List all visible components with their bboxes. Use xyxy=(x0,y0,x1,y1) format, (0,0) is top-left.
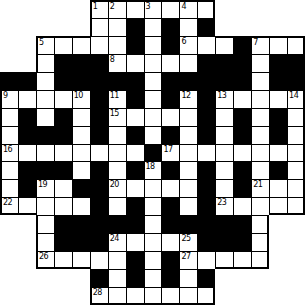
cell-r8c11[interactable] xyxy=(197,144,215,162)
cell-r14c13[interactable] xyxy=(233,251,251,269)
cell-r8c3[interactable] xyxy=(54,144,72,162)
cell-r11c8[interactable] xyxy=(144,197,162,215)
cell-r2c6[interactable] xyxy=(108,36,126,54)
black-cell-r3c13 xyxy=(233,54,251,72)
empty-space xyxy=(18,269,36,287)
empty-space xyxy=(18,18,36,36)
cell-r0c5[interactable]: 1 xyxy=(90,0,108,18)
clue-number-24: 24 xyxy=(110,234,119,243)
empty-space xyxy=(0,251,18,269)
empty-space xyxy=(72,269,90,287)
black-cell-r3c5 xyxy=(90,54,108,72)
crossword-puzzle: 1234567891011121314151617181920212223242… xyxy=(0,0,305,305)
cell-r9c16[interactable] xyxy=(287,161,305,179)
cell-r16c5[interactable]: 28 xyxy=(90,287,108,305)
cell-r0c6[interactable]: 2 xyxy=(108,0,126,18)
black-cell-r5c11 xyxy=(197,90,215,108)
cell-r6c14[interactable] xyxy=(251,108,269,126)
empty-space xyxy=(0,287,18,305)
empty-space xyxy=(287,287,305,305)
cell-r3c6[interactable]: 8 xyxy=(108,54,126,72)
empty-space xyxy=(54,18,72,36)
clue-number-10: 10 xyxy=(74,91,83,100)
cell-r10c15[interactable] xyxy=(269,179,287,197)
empty-space xyxy=(36,18,54,36)
cell-r15c8[interactable] xyxy=(144,269,162,287)
cell-r8c13[interactable] xyxy=(233,144,251,162)
cell-r8c4[interactable] xyxy=(72,144,90,162)
empty-space xyxy=(18,36,36,54)
cell-r14c14[interactable] xyxy=(251,251,269,269)
cell-r6c16[interactable] xyxy=(287,108,305,126)
black-cell-r4c16 xyxy=(287,72,305,90)
cell-r11c13[interactable] xyxy=(233,197,251,215)
cell-r8c12[interactable] xyxy=(215,144,233,162)
cell-r5c8[interactable] xyxy=(144,90,162,108)
cell-r6c7[interactable] xyxy=(126,108,144,126)
empty-space xyxy=(251,18,269,36)
clue-number-17: 17 xyxy=(163,145,172,154)
cell-r8c7[interactable] xyxy=(126,144,144,162)
clue-number-6: 6 xyxy=(181,37,186,46)
cell-r2c2[interactable]: 5 xyxy=(36,36,54,54)
empty-space xyxy=(0,36,18,54)
empty-space xyxy=(18,54,36,72)
clue-number-1: 1 xyxy=(93,2,98,11)
cell-r2c15[interactable] xyxy=(269,36,287,54)
cell-r12c14[interactable] xyxy=(251,215,269,233)
cell-r10c0[interactable] xyxy=(0,179,18,197)
empty-space xyxy=(54,269,72,287)
cell-r11c1[interactable] xyxy=(18,197,36,215)
cell-r0c8[interactable]: 3 xyxy=(144,0,162,18)
cell-r8c0[interactable]: 16 xyxy=(0,144,18,162)
cell-r11c16[interactable] xyxy=(287,197,305,215)
empty-space xyxy=(72,287,90,305)
black-cell-r1c11 xyxy=(197,18,215,36)
cell-r3c7[interactable] xyxy=(126,54,144,72)
cell-r10c16[interactable] xyxy=(287,179,305,197)
cell-r6c9[interactable] xyxy=(161,108,179,126)
cell-r14c4[interactable] xyxy=(72,251,90,269)
empty-space xyxy=(215,18,233,36)
black-cell-r13c5 xyxy=(90,233,108,251)
empty-space xyxy=(0,0,18,18)
cell-r15c6[interactable] xyxy=(108,269,126,287)
cell-r11c15[interactable] xyxy=(269,197,287,215)
black-cell-r10c5 xyxy=(90,179,108,197)
cell-r9c10[interactable] xyxy=(179,161,197,179)
cell-r12c8[interactable] xyxy=(144,215,162,233)
black-cell-r12c10 xyxy=(179,215,197,233)
cell-r5c13[interactable] xyxy=(233,90,251,108)
clue-number-15: 15 xyxy=(110,109,119,118)
black-cell-r3c3 xyxy=(54,54,72,72)
cell-r7c16[interactable] xyxy=(287,126,305,144)
cell-r11c4[interactable] xyxy=(72,197,90,215)
black-cell-r10c13 xyxy=(233,179,251,197)
cell-r11c10[interactable] xyxy=(179,197,197,215)
black-cell-r7c11 xyxy=(197,126,215,144)
cell-r1c10[interactable] xyxy=(179,18,197,36)
empty-space xyxy=(215,269,233,287)
cell-r5c2[interactable] xyxy=(36,90,54,108)
cell-r5c1[interactable] xyxy=(18,90,36,108)
empty-space xyxy=(287,269,305,287)
black-cell-r9c15 xyxy=(269,161,287,179)
black-cell-r1c9 xyxy=(161,18,179,36)
cell-r14c2[interactable]: 26 xyxy=(36,251,54,269)
cell-r11c14[interactable] xyxy=(251,197,269,215)
cell-r2c3[interactable] xyxy=(54,36,72,54)
black-cell-r3c12 xyxy=(215,54,233,72)
cell-r7c6[interactable] xyxy=(108,126,126,144)
black-cell-r9c1 xyxy=(18,161,36,179)
black-cell-r2c9 xyxy=(161,36,179,54)
cell-r16c6[interactable] xyxy=(108,287,126,305)
empty-space xyxy=(215,287,233,305)
cell-r0c11[interactable] xyxy=(197,0,215,18)
cell-r13c10[interactable]: 25 xyxy=(179,233,197,251)
cell-r14c3[interactable] xyxy=(54,251,72,269)
black-cell-r4c12 xyxy=(215,72,233,90)
black-cell-r9c5 xyxy=(90,161,108,179)
cell-r5c14[interactable] xyxy=(251,90,269,108)
black-cell-r7c9 xyxy=(161,126,179,144)
black-cell-r6c13 xyxy=(233,108,251,126)
clue-number-18: 18 xyxy=(146,162,155,171)
cell-r10c12[interactable] xyxy=(215,179,233,197)
cell-r9c4[interactable] xyxy=(72,161,90,179)
cell-r9c0[interactable] xyxy=(0,161,18,179)
clue-number-16: 16 xyxy=(3,145,12,154)
black-cell-r5c5 xyxy=(90,90,108,108)
empty-space xyxy=(215,0,233,18)
cell-r7c10[interactable] xyxy=(179,126,197,144)
cell-r6c4[interactable] xyxy=(72,108,90,126)
clue-number-2: 2 xyxy=(110,2,115,11)
black-cell-r11c9 xyxy=(161,197,179,215)
empty-space xyxy=(287,251,305,269)
clue-number-20: 20 xyxy=(110,180,119,189)
cell-r13c6[interactable]: 24 xyxy=(108,233,126,251)
clue-number-3: 3 xyxy=(146,2,151,11)
black-cell-r1c7 xyxy=(126,18,144,36)
clue-number-14: 14 xyxy=(289,91,298,100)
cell-r0c7[interactable] xyxy=(126,0,144,18)
cell-r6c0[interactable] xyxy=(0,108,18,126)
cell-r13c7[interactable] xyxy=(126,233,144,251)
cell-r1c8[interactable] xyxy=(144,18,162,36)
cell-r15c10[interactable] xyxy=(179,269,197,287)
cell-r5c10[interactable]: 12 xyxy=(179,90,197,108)
cell-r11c12[interactable]: 23 xyxy=(215,197,233,215)
empty-space xyxy=(287,215,305,233)
cell-r10c6[interactable]: 20 xyxy=(108,179,126,197)
black-cell-r15c7 xyxy=(126,269,144,287)
black-cell-r9c9 xyxy=(161,161,179,179)
empty-space xyxy=(251,287,269,305)
cell-r5c16[interactable]: 14 xyxy=(287,90,305,108)
cell-r13c2[interactable] xyxy=(36,233,54,251)
black-cell-r4c3 xyxy=(54,72,72,90)
clue-number-19: 19 xyxy=(38,180,47,189)
clue-number-4: 4 xyxy=(181,2,186,11)
empty-space xyxy=(287,18,305,36)
empty-space xyxy=(54,0,72,18)
cell-r4c14[interactable] xyxy=(251,72,269,90)
empty-space xyxy=(18,233,36,251)
empty-space xyxy=(269,251,287,269)
clue-number-25: 25 xyxy=(181,234,190,243)
cell-r2c11[interactable] xyxy=(197,36,215,54)
clue-number-27: 27 xyxy=(181,252,190,261)
clue-number-21: 21 xyxy=(253,180,262,189)
black-cell-r11c7 xyxy=(126,197,144,215)
cell-r10c14[interactable]: 21 xyxy=(251,179,269,197)
cell-r0c10[interactable]: 4 xyxy=(179,0,197,18)
cell-r16c9[interactable] xyxy=(161,287,179,305)
cell-r6c8[interactable] xyxy=(144,108,162,126)
black-cell-r12c6 xyxy=(108,215,126,233)
black-cell-r13c3 xyxy=(54,233,72,251)
cell-r2c10[interactable]: 6 xyxy=(179,36,197,54)
empty-space xyxy=(18,0,36,18)
cell-r11c6[interactable] xyxy=(108,197,126,215)
black-cell-r14c9 xyxy=(161,251,179,269)
cell-r8c2[interactable] xyxy=(36,144,54,162)
cell-r5c15[interactable] xyxy=(269,90,287,108)
black-cell-r13c13 xyxy=(233,233,251,251)
black-cell-r4c5 xyxy=(90,72,108,90)
cell-r8c9[interactable]: 17 xyxy=(161,144,179,162)
black-cell-r7c7 xyxy=(126,126,144,144)
black-cell-r4c11 xyxy=(197,72,215,90)
cell-r10c8[interactable] xyxy=(144,179,162,197)
black-cell-r3c16 xyxy=(287,54,305,72)
empty-space xyxy=(36,269,54,287)
cell-r6c10[interactable] xyxy=(179,108,197,126)
black-cell-r12c12 xyxy=(215,215,233,233)
empty-space xyxy=(251,269,269,287)
cell-r16c8[interactable] xyxy=(144,287,162,305)
empty-space xyxy=(233,269,251,287)
black-cell-r7c5 xyxy=(90,126,108,144)
black-cell-r14c7 xyxy=(126,251,144,269)
empty-space xyxy=(18,287,36,305)
black-cell-r9c3 xyxy=(54,161,72,179)
cell-r1c5[interactable] xyxy=(90,18,108,36)
cell-r3c10[interactable] xyxy=(179,54,197,72)
black-cell-r15c11 xyxy=(197,269,215,287)
cell-r10c9[interactable] xyxy=(161,179,179,197)
black-cell-r3c11 xyxy=(197,54,215,72)
empty-space xyxy=(251,0,269,18)
cell-r9c14[interactable] xyxy=(251,161,269,179)
empty-space xyxy=(36,287,54,305)
black-cell-r15c9 xyxy=(161,269,179,287)
empty-space xyxy=(233,18,251,36)
empty-space xyxy=(269,18,287,36)
black-cell-r11c5 xyxy=(90,197,108,215)
cell-r7c14[interactable] xyxy=(251,126,269,144)
black-cell-r13c12 xyxy=(215,233,233,251)
black-cell-r4c1 xyxy=(18,72,36,90)
cell-r13c8[interactable] xyxy=(144,233,162,251)
cell-r2c12[interactable] xyxy=(215,36,233,54)
clue-number-11: 11 xyxy=(110,91,119,100)
black-cell-r15c5 xyxy=(90,269,108,287)
black-cell-r6c5 xyxy=(90,108,108,126)
clue-number-22: 22 xyxy=(3,198,12,207)
cell-r14c11[interactable] xyxy=(197,251,215,269)
empty-space xyxy=(18,251,36,269)
cell-r2c8[interactable] xyxy=(144,36,162,54)
cell-r9c8[interactable]: 18 xyxy=(144,161,162,179)
cell-r7c8[interactable] xyxy=(144,126,162,144)
empty-space xyxy=(72,0,90,18)
black-cell-r4c0 xyxy=(0,72,18,90)
black-cell-r12c4 xyxy=(72,215,90,233)
black-cell-r13c11 xyxy=(197,233,215,251)
cell-r3c9[interactable] xyxy=(161,54,179,72)
cell-r1c6[interactable] xyxy=(108,18,126,36)
cell-r16c7[interactable] xyxy=(126,287,144,305)
clue-number-8: 8 xyxy=(110,55,115,64)
cell-r2c14[interactable]: 7 xyxy=(251,36,269,54)
black-cell-r4c15 xyxy=(269,72,287,90)
cell-r3c14[interactable] xyxy=(251,54,269,72)
cell-r4c8[interactable] xyxy=(144,72,162,90)
cell-r5c0[interactable]: 9 xyxy=(0,90,18,108)
cell-r10c3[interactable] xyxy=(54,179,72,197)
black-cell-r13c4 xyxy=(72,233,90,251)
cell-r11c0[interactable]: 22 xyxy=(0,197,18,215)
cell-r8c5[interactable] xyxy=(90,144,108,162)
empty-space xyxy=(287,233,305,251)
black-cell-r12c7 xyxy=(126,215,144,233)
cell-r5c4[interactable]: 10 xyxy=(72,90,90,108)
cell-r4c2[interactable] xyxy=(36,72,54,90)
cell-r0c9[interactable] xyxy=(161,0,179,18)
cell-r14c5[interactable] xyxy=(90,251,108,269)
black-cell-r9c11 xyxy=(197,161,215,179)
cell-r9c6[interactable] xyxy=(108,161,126,179)
cell-r9c12[interactable] xyxy=(215,161,233,179)
empty-space xyxy=(269,233,287,251)
cell-r2c5[interactable] xyxy=(90,36,108,54)
black-cell-r12c9 xyxy=(161,215,179,233)
clue-number-28: 28 xyxy=(93,288,102,297)
black-cell-r6c15 xyxy=(269,108,287,126)
cell-r2c16[interactable] xyxy=(287,36,305,54)
clue-number-5: 5 xyxy=(39,38,44,47)
empty-space xyxy=(0,18,18,36)
cell-r3c8[interactable] xyxy=(144,54,162,72)
black-cell-r5c9 xyxy=(161,90,179,108)
black-cell-r6c3 xyxy=(54,108,72,126)
cell-r8c6[interactable] xyxy=(108,144,126,162)
empty-space xyxy=(269,269,287,287)
clue-number-23: 23 xyxy=(217,198,226,207)
empty-space xyxy=(233,287,251,305)
cell-r8c1[interactable] xyxy=(18,144,36,162)
cell-r14c10[interactable]: 27 xyxy=(179,251,197,269)
black-cell-r9c13 xyxy=(233,161,251,179)
cell-r5c6[interactable]: 11 xyxy=(108,90,126,108)
empty-space xyxy=(0,215,18,233)
black-cell-r4c10 xyxy=(179,72,197,90)
black-cell-r11c11 xyxy=(197,197,215,215)
empty-space xyxy=(0,233,18,251)
cell-r8c14[interactable] xyxy=(251,144,269,162)
cell-r8c15[interactable] xyxy=(269,144,287,162)
cell-r11c2[interactable] xyxy=(36,197,54,215)
cell-r16c11[interactable] xyxy=(197,287,215,305)
cell-r6c6[interactable]: 15 xyxy=(108,108,126,126)
cell-r14c6[interactable] xyxy=(108,251,126,269)
cell-r10c2[interactable]: 19 xyxy=(36,179,54,197)
cell-r7c0[interactable] xyxy=(0,126,18,144)
cell-r10c7[interactable] xyxy=(126,179,144,197)
cell-r16c10[interactable] xyxy=(179,287,197,305)
black-cell-r6c11 xyxy=(197,108,215,126)
black-cell-r12c13 xyxy=(233,215,251,233)
black-cell-r2c7 xyxy=(126,36,144,54)
clue-number-12: 12 xyxy=(181,91,190,100)
cell-r11c3[interactable] xyxy=(54,197,72,215)
empty-space xyxy=(269,215,287,233)
black-cell-r4c13 xyxy=(233,72,251,90)
empty-space xyxy=(0,54,18,72)
cell-r10c10[interactable] xyxy=(179,179,197,197)
cell-r6c2[interactable] xyxy=(36,108,54,126)
clue-number-9: 9 xyxy=(3,91,8,100)
empty-space xyxy=(233,0,251,18)
black-cell-r3c15 xyxy=(269,54,287,72)
cell-r6c12[interactable] xyxy=(215,108,233,126)
cell-r5c3[interactable] xyxy=(54,90,72,108)
cell-r8c16[interactable] xyxy=(287,144,305,162)
empty-space xyxy=(287,0,305,18)
cell-r2c4[interactable] xyxy=(72,36,90,54)
cell-r8c10[interactable] xyxy=(179,144,197,162)
black-cell-r7c2 xyxy=(36,126,54,144)
cell-r13c9[interactable] xyxy=(161,233,179,251)
black-cell-r8c8 xyxy=(144,144,162,162)
empty-space xyxy=(269,287,287,305)
empty-space xyxy=(0,269,18,287)
black-cell-r10c4 xyxy=(72,179,90,197)
black-cell-r3c4 xyxy=(72,54,90,72)
black-cell-r5c7 xyxy=(126,90,144,108)
cell-r7c4[interactable] xyxy=(72,126,90,144)
cell-r12c2[interactable] xyxy=(36,215,54,233)
black-cell-r12c5 xyxy=(90,215,108,233)
black-cell-r4c9 xyxy=(161,72,179,90)
cell-r7c12[interactable] xyxy=(215,126,233,144)
black-cell-r7c3 xyxy=(54,126,72,144)
cell-r13c14[interactable] xyxy=(251,233,269,251)
black-cell-r7c13 xyxy=(233,126,251,144)
black-cell-r4c7 xyxy=(126,72,144,90)
empty-space xyxy=(72,18,90,36)
cell-r5c12[interactable]: 13 xyxy=(215,90,233,108)
cell-r14c8[interactable] xyxy=(144,251,162,269)
cell-r14c12[interactable] xyxy=(215,251,233,269)
black-cell-r12c11 xyxy=(197,215,215,233)
cell-r3c2[interactable] xyxy=(36,54,54,72)
